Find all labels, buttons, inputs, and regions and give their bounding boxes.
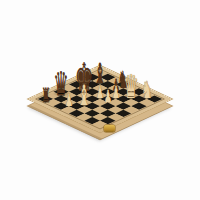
light-pawn[interactable]: ♟ — [96, 84, 104, 101]
light-knight[interactable]: ♞ — [141, 78, 152, 102]
light-pawn[interactable]: ♟ — [112, 84, 120, 101]
dark-rook[interactable]: ♜ — [41, 85, 50, 105]
light-queen[interactable]: ♛ — [123, 70, 138, 103]
brass-clasp-icon — [104, 125, 115, 132]
light-pawn[interactable]: ♟ — [104, 88, 112, 105]
chess-set-photo: ♞♞♝♟♛♟♚♟♟♛♝♟♜ — [0, 0, 200, 200]
light-pawn[interactable]: ♟ — [65, 91, 73, 108]
light-bishop[interactable]: ♝ — [78, 82, 91, 110]
